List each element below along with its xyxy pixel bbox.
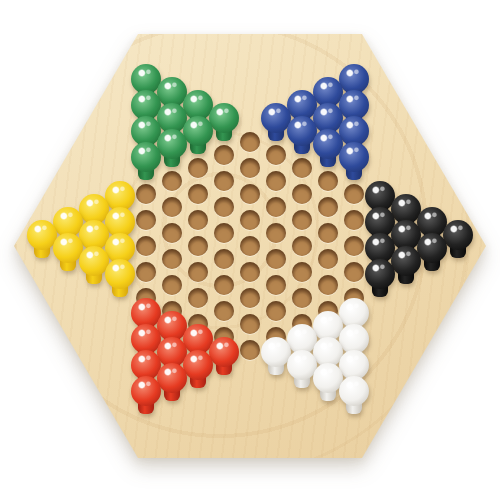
blue-peg[interactable] bbox=[339, 142, 369, 184]
board-shadow-wrap bbox=[0, 0, 500, 500]
red-peg-head bbox=[131, 376, 161, 406]
board-hole[interactable] bbox=[344, 236, 364, 256]
green-peg[interactable] bbox=[183, 116, 213, 158]
board-hole[interactable] bbox=[214, 171, 234, 191]
board-hole[interactable] bbox=[318, 275, 338, 295]
board-hole[interactable] bbox=[344, 184, 364, 204]
board-hole[interactable] bbox=[214, 197, 234, 217]
board-hole[interactable] bbox=[162, 197, 182, 217]
yellow-peg[interactable] bbox=[105, 259, 135, 301]
board-hole[interactable] bbox=[292, 210, 312, 230]
blue-peg-head bbox=[339, 142, 369, 172]
red-peg-head bbox=[157, 363, 187, 393]
board-hole[interactable] bbox=[240, 158, 260, 178]
black-peg-head bbox=[391, 246, 421, 276]
board-hole[interactable] bbox=[266, 171, 286, 191]
board-hole[interactable] bbox=[162, 275, 182, 295]
board-hole[interactable] bbox=[214, 249, 234, 269]
green-peg[interactable] bbox=[157, 129, 187, 171]
board-hole[interactable] bbox=[240, 262, 260, 282]
red-peg-head bbox=[183, 350, 213, 380]
board-hole[interactable] bbox=[240, 236, 260, 256]
board-hole[interactable] bbox=[136, 210, 156, 230]
board-hole[interactable] bbox=[292, 288, 312, 308]
red-peg[interactable] bbox=[183, 350, 213, 392]
board-hole[interactable] bbox=[214, 301, 234, 321]
green-peg[interactable] bbox=[131, 142, 161, 184]
board-hole[interactable] bbox=[162, 223, 182, 243]
red-peg[interactable] bbox=[131, 376, 161, 418]
board-hole[interactable] bbox=[214, 275, 234, 295]
black-peg[interactable] bbox=[417, 233, 447, 275]
green-peg-head bbox=[183, 116, 213, 146]
black-peg[interactable] bbox=[391, 246, 421, 288]
black-peg-head bbox=[417, 233, 447, 263]
red-peg[interactable] bbox=[157, 363, 187, 405]
board-hole[interactable] bbox=[240, 184, 260, 204]
board-hole[interactable] bbox=[136, 236, 156, 256]
black-peg[interactable] bbox=[365, 259, 395, 301]
product-photo-stage bbox=[0, 0, 500, 500]
board-hole[interactable] bbox=[266, 223, 286, 243]
board-hole[interactable] bbox=[136, 262, 156, 282]
red-peg[interactable] bbox=[209, 337, 239, 379]
board-hole[interactable] bbox=[292, 236, 312, 256]
board-hole[interactable] bbox=[214, 145, 234, 165]
board-hole[interactable] bbox=[188, 262, 208, 282]
board-hole[interactable] bbox=[344, 262, 364, 282]
yellow-peg-head bbox=[105, 259, 135, 289]
board-hole[interactable] bbox=[240, 132, 260, 152]
black-peg[interactable] bbox=[443, 220, 473, 262]
board-hole[interactable] bbox=[318, 249, 338, 269]
board-hole[interactable] bbox=[240, 340, 260, 360]
board-hole[interactable] bbox=[162, 171, 182, 191]
game-board bbox=[0, 0, 500, 500]
board-hole[interactable] bbox=[318, 171, 338, 191]
board-hole[interactable] bbox=[188, 236, 208, 256]
green-peg[interactable] bbox=[209, 103, 239, 145]
board-hole[interactable] bbox=[266, 301, 286, 321]
board-hole[interactable] bbox=[188, 184, 208, 204]
board-hole[interactable] bbox=[188, 158, 208, 178]
board-hole[interactable] bbox=[318, 223, 338, 243]
board-hole[interactable] bbox=[266, 145, 286, 165]
white-peg-head bbox=[339, 376, 369, 406]
board-hole[interactable] bbox=[318, 197, 338, 217]
board-hole[interactable] bbox=[240, 314, 260, 334]
board-hole[interactable] bbox=[266, 249, 286, 269]
red-peg-head bbox=[209, 337, 239, 367]
board-hole[interactable] bbox=[240, 210, 260, 230]
board-hole[interactable] bbox=[292, 262, 312, 282]
green-peg-head bbox=[209, 103, 239, 133]
board-hole[interactable] bbox=[188, 210, 208, 230]
board-hole[interactable] bbox=[240, 288, 260, 308]
board-hole[interactable] bbox=[188, 288, 208, 308]
black-peg-head bbox=[365, 259, 395, 289]
black-peg-head bbox=[443, 220, 473, 250]
board-hole[interactable] bbox=[214, 223, 234, 243]
board-hole[interactable] bbox=[344, 210, 364, 230]
board-hole[interactable] bbox=[266, 275, 286, 295]
green-peg-head bbox=[157, 129, 187, 159]
board-hole[interactable] bbox=[162, 249, 182, 269]
board-hole[interactable] bbox=[136, 184, 156, 204]
white-peg[interactable] bbox=[339, 376, 369, 418]
board-hole[interactable] bbox=[266, 197, 286, 217]
board-hole[interactable] bbox=[292, 158, 312, 178]
board-hole[interactable] bbox=[292, 184, 312, 204]
green-peg-head bbox=[131, 142, 161, 172]
